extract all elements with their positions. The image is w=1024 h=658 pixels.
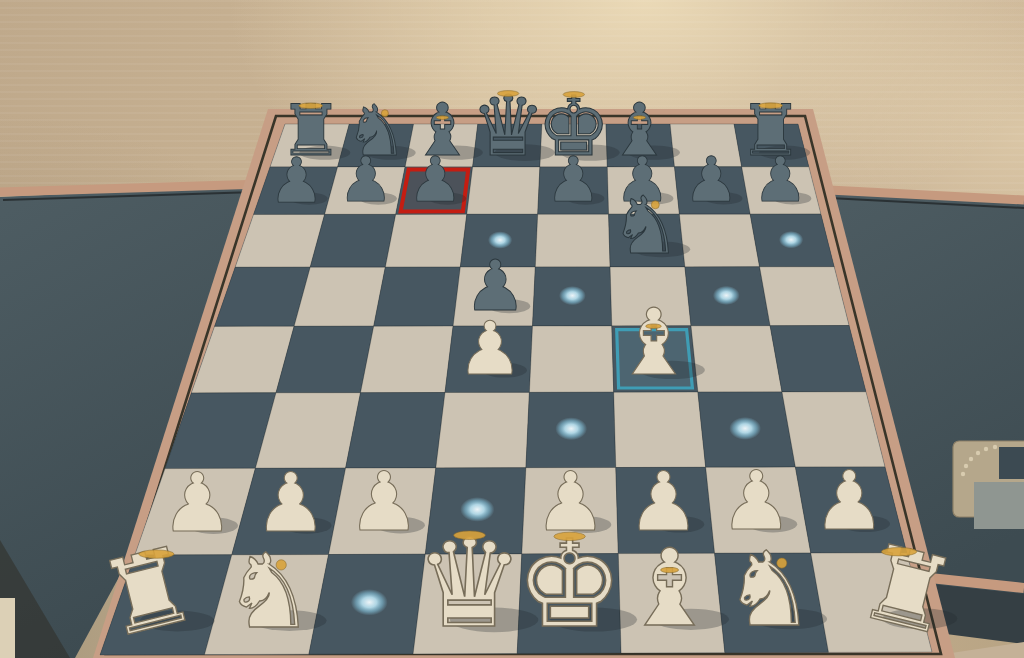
gold-trim bbox=[436, 116, 448, 120]
piece-white-knight-g1[interactable]: ♞ bbox=[723, 529, 815, 649]
scene: ♜♞♝♛♚♝♜♟♟♟♟♟♟♟♞♟♟♝♟♟♟♟♟♟♟♜♞♛♚♝♞♜ bbox=[0, 0, 1024, 658]
piece-white-bishop-f4[interactable]: ♝ bbox=[612, 289, 694, 396]
move-dot-c1[interactable] bbox=[351, 589, 388, 615]
square-e6[interactable] bbox=[535, 214, 610, 267]
panel-screen bbox=[999, 447, 1024, 479]
piece-black-pawn-b7[interactable]: ♟ bbox=[338, 143, 394, 216]
move-dot-h6[interactable] bbox=[779, 231, 803, 248]
square-c4[interactable] bbox=[361, 326, 454, 393]
floor-object bbox=[0, 598, 15, 658]
piece-black-pawn-c7[interactable]: ♟ bbox=[407, 143, 463, 216]
gold-trim bbox=[759, 103, 783, 109]
piece-black-pawn-g7[interactable]: ♟ bbox=[684, 143, 740, 216]
gold-trim bbox=[139, 550, 174, 558]
gold-trim bbox=[563, 92, 584, 98]
piece-white-knight-b1[interactable]: ♞ bbox=[223, 531, 315, 651]
square-h4[interactable] bbox=[770, 326, 866, 392]
piece-white-pawn-c2[interactable]: ♟ bbox=[348, 454, 421, 549]
gold-trim bbox=[651, 201, 659, 209]
piece-black-knight-f6[interactable]: ♞ bbox=[610, 179, 681, 272]
square-c6[interactable] bbox=[385, 214, 467, 267]
piece-black-pawn-e7[interactable]: ♟ bbox=[546, 143, 602, 216]
piece-black-pawn-a7[interactable]: ♟ bbox=[269, 144, 325, 217]
piece-black-pawn-h7[interactable]: ♟ bbox=[753, 143, 809, 216]
table-panel bbox=[953, 441, 1024, 529]
panel-gray-block bbox=[974, 482, 1024, 529]
gold-trim bbox=[777, 558, 787, 568]
square-h5[interactable] bbox=[760, 267, 850, 326]
square-d3[interactable] bbox=[436, 392, 530, 468]
game-screen: ♜♞♝♛♚♝♜♟♟♟♟♟♟♟♞♟♟♝♟♟♟♟♟♟♟♜♞♛♚♝♞♜ bbox=[0, 0, 1024, 658]
gold-trim bbox=[661, 567, 679, 572]
gold-trim bbox=[881, 548, 916, 556]
square-c5[interactable] bbox=[374, 267, 461, 326]
move-dot-g3[interactable] bbox=[729, 417, 761, 440]
gold-trim bbox=[554, 532, 585, 540]
gold-trim bbox=[276, 560, 286, 570]
square-g6[interactable] bbox=[679, 214, 759, 267]
gold-trim bbox=[633, 116, 645, 120]
square-g4[interactable] bbox=[691, 326, 782, 392]
gold-trim bbox=[299, 103, 323, 109]
move-dot-g5[interactable] bbox=[713, 286, 740, 305]
square-b6[interactable] bbox=[310, 214, 396, 267]
piece-white-pawn-d4[interactable]: ♟ bbox=[457, 306, 523, 391]
gold-trim bbox=[497, 91, 519, 97]
gold-trim bbox=[646, 324, 662, 329]
square-b5[interactable] bbox=[294, 267, 385, 326]
square-e4[interactable] bbox=[529, 326, 613, 393]
gold-trim bbox=[454, 531, 486, 540]
piece-white-bishop-f1[interactable]: ♝ bbox=[622, 526, 717, 650]
move-dot-e5[interactable] bbox=[559, 286, 586, 305]
move-dot-e3[interactable] bbox=[555, 417, 587, 440]
chessboard: ♜♞♝♛♚♝♜♟♟♟♟♟♟♟♞♟♟♝♟♟♟♟♟♟♟♜♞♛♚♝♞♜ bbox=[88, 78, 968, 658]
gold-trim bbox=[381, 110, 388, 117]
